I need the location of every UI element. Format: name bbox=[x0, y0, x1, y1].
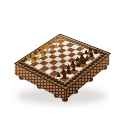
white-pawn: ♟ bbox=[50, 46, 55, 51]
white-pawn: ♟ bbox=[63, 38, 67, 43]
chess-set-photo: ♜♞♝♛♚♝♞♜♟♟♟♟♟♟♟♟♟♟♟♟♟♟♟♟♜♞♝♛♚♝♞♜ bbox=[0, 0, 120, 120]
white-pawn: ♟ bbox=[54, 44, 59, 49]
black-rook: ♜ bbox=[61, 73, 68, 80]
white-pawn: ♟ bbox=[58, 41, 62, 46]
white-pawn: ♟ bbox=[30, 59, 35, 65]
white-pawn: ♟ bbox=[35, 56, 40, 62]
white-pawn: ♟ bbox=[45, 49, 50, 54]
white-pawn: ♟ bbox=[40, 53, 45, 58]
pieces-layer: ♜♞♝♛♚♝♞♜♟♟♟♟♟♟♟♟♟♟♟♟♟♟♟♟♜♞♝♛♚♝♞♜ bbox=[0, 0, 120, 120]
